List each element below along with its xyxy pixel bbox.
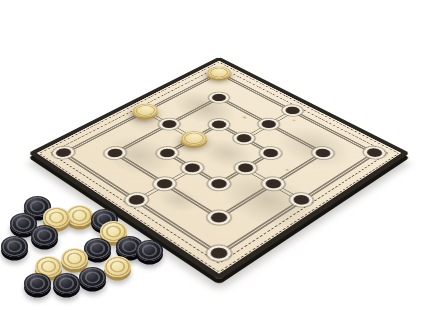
black-piece-pile-6[interactable]	[84, 238, 111, 259]
black-piece-pile-5[interactable]	[1, 236, 28, 257]
scene	[0, 0, 430, 310]
cream-piece-pile-4[interactable]	[61, 248, 88, 269]
black-piece-pile-11[interactable]	[79, 267, 106, 288]
cream-piece-pile-6[interactable]	[104, 256, 131, 277]
black-piece-pile-8[interactable]	[136, 240, 163, 261]
black-piece-pile-4[interactable]	[31, 225, 58, 246]
black-piece-pile-10[interactable]	[53, 273, 80, 294]
black-piece-pile-9[interactable]	[24, 273, 51, 294]
piece-pile	[0, 0, 430, 310]
cream-piece-pile-2[interactable]	[66, 205, 93, 226]
